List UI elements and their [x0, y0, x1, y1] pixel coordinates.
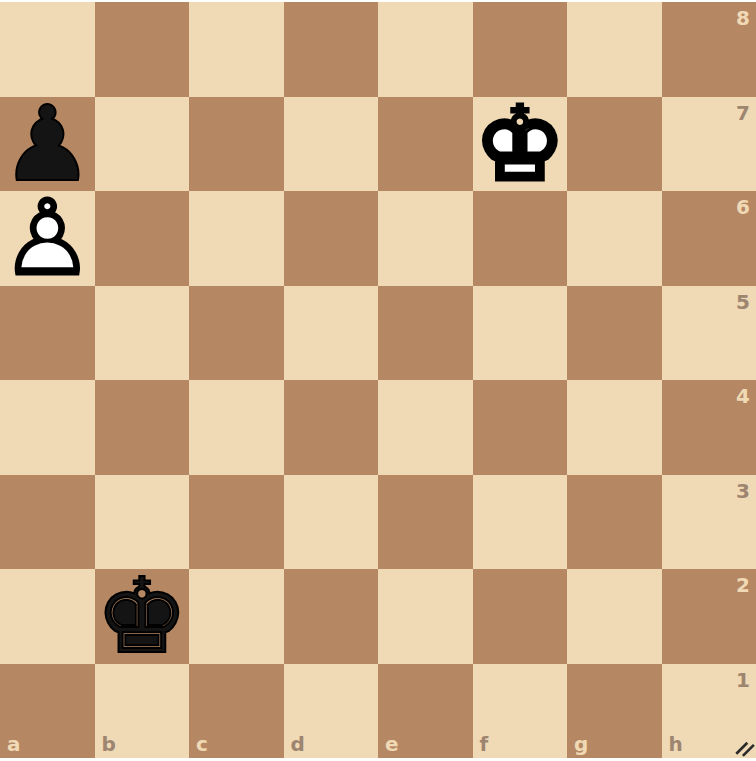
chess-board[interactable]: 8♟♚♔7♟♙6543♚2abcdefg1h: [0, 2, 756, 758]
square-g3[interactable]: [567, 475, 662, 570]
file-label-c: c: [196, 734, 208, 754]
square-f7[interactable]: ♚♔: [473, 97, 568, 192]
square-g1[interactable]: g: [567, 664, 662, 759]
square-e8[interactable]: [378, 2, 473, 97]
square-h6[interactable]: 6: [662, 191, 756, 286]
square-h5[interactable]: 5: [662, 286, 756, 381]
rank-label-1: 1: [736, 670, 750, 690]
square-h7[interactable]: 7: [662, 97, 756, 192]
square-g4[interactable]: [567, 380, 662, 475]
rank-label-7: 7: [736, 103, 750, 123]
square-f5[interactable]: [473, 286, 568, 381]
square-b8[interactable]: [95, 2, 190, 97]
square-d5[interactable]: [284, 286, 379, 381]
square-c5[interactable]: [189, 286, 284, 381]
white-king[interactable]: ♚♔: [473, 97, 568, 192]
square-c7[interactable]: [189, 97, 284, 192]
square-b4[interactable]: [95, 380, 190, 475]
square-g5[interactable]: [567, 286, 662, 381]
white-king-outline-glyph: ♔: [473, 97, 568, 192]
square-h8[interactable]: 8: [662, 2, 756, 97]
file-label-f: f: [480, 734, 489, 754]
square-g8[interactable]: [567, 2, 662, 97]
white-pawn[interactable]: ♟♙: [0, 191, 95, 286]
square-a1[interactable]: a: [0, 664, 95, 759]
square-f2[interactable]: [473, 569, 568, 664]
square-e2[interactable]: [378, 569, 473, 664]
black-king[interactable]: ♚: [95, 569, 190, 664]
square-e5[interactable]: [378, 286, 473, 381]
square-g7[interactable]: [567, 97, 662, 192]
rank-label-5: 5: [736, 292, 750, 312]
square-c3[interactable]: [189, 475, 284, 570]
square-a3[interactable]: [0, 475, 95, 570]
square-a2[interactable]: [0, 569, 95, 664]
file-label-g: g: [574, 734, 588, 754]
square-d3[interactable]: [284, 475, 379, 570]
square-e3[interactable]: [378, 475, 473, 570]
square-b6[interactable]: [95, 191, 190, 286]
square-h4[interactable]: 4: [662, 380, 756, 475]
file-label-h: h: [669, 734, 683, 754]
square-g2[interactable]: [567, 569, 662, 664]
square-c2[interactable]: [189, 569, 284, 664]
square-b1[interactable]: b: [95, 664, 190, 759]
square-d1[interactable]: d: [284, 664, 379, 759]
square-g6[interactable]: [567, 191, 662, 286]
file-label-a: a: [7, 734, 21, 754]
square-e6[interactable]: [378, 191, 473, 286]
square-d6[interactable]: [284, 191, 379, 286]
square-e1[interactable]: e: [378, 664, 473, 759]
rank-label-2: 2: [736, 575, 750, 595]
square-b7[interactable]: [95, 97, 190, 192]
square-d7[interactable]: [284, 97, 379, 192]
square-e4[interactable]: [378, 380, 473, 475]
square-f3[interactable]: [473, 475, 568, 570]
rank-label-4: 4: [736, 386, 750, 406]
square-c8[interactable]: [189, 2, 284, 97]
square-b2[interactable]: ♚: [95, 569, 190, 664]
rank-label-6: 6: [736, 197, 750, 217]
square-f6[interactable]: [473, 191, 568, 286]
file-label-b: b: [102, 734, 116, 754]
square-a4[interactable]: [0, 380, 95, 475]
square-c1[interactable]: c: [189, 664, 284, 759]
square-b5[interactable]: [95, 286, 190, 381]
square-d4[interactable]: [284, 380, 379, 475]
white-pawn-outline-glyph: ♙: [0, 191, 95, 286]
square-d8[interactable]: [284, 2, 379, 97]
square-a6[interactable]: ♟♙: [0, 191, 95, 286]
square-d2[interactable]: [284, 569, 379, 664]
file-label-e: e: [385, 734, 399, 754]
file-label-d: d: [291, 734, 305, 754]
square-h3[interactable]: 3: [662, 475, 756, 570]
square-e7[interactable]: [378, 97, 473, 192]
square-a5[interactable]: [0, 286, 95, 381]
square-c4[interactable]: [189, 380, 284, 475]
rank-label-8: 8: [736, 8, 750, 28]
black-king-glyph: ♚: [95, 569, 190, 664]
board-resize-handle-icon[interactable]: [733, 735, 755, 757]
square-c6[interactable]: [189, 191, 284, 286]
square-f4[interactable]: [473, 380, 568, 475]
square-f1[interactable]: f: [473, 664, 568, 759]
rank-label-3: 3: [736, 481, 750, 501]
square-h2[interactable]: 2: [662, 569, 756, 664]
